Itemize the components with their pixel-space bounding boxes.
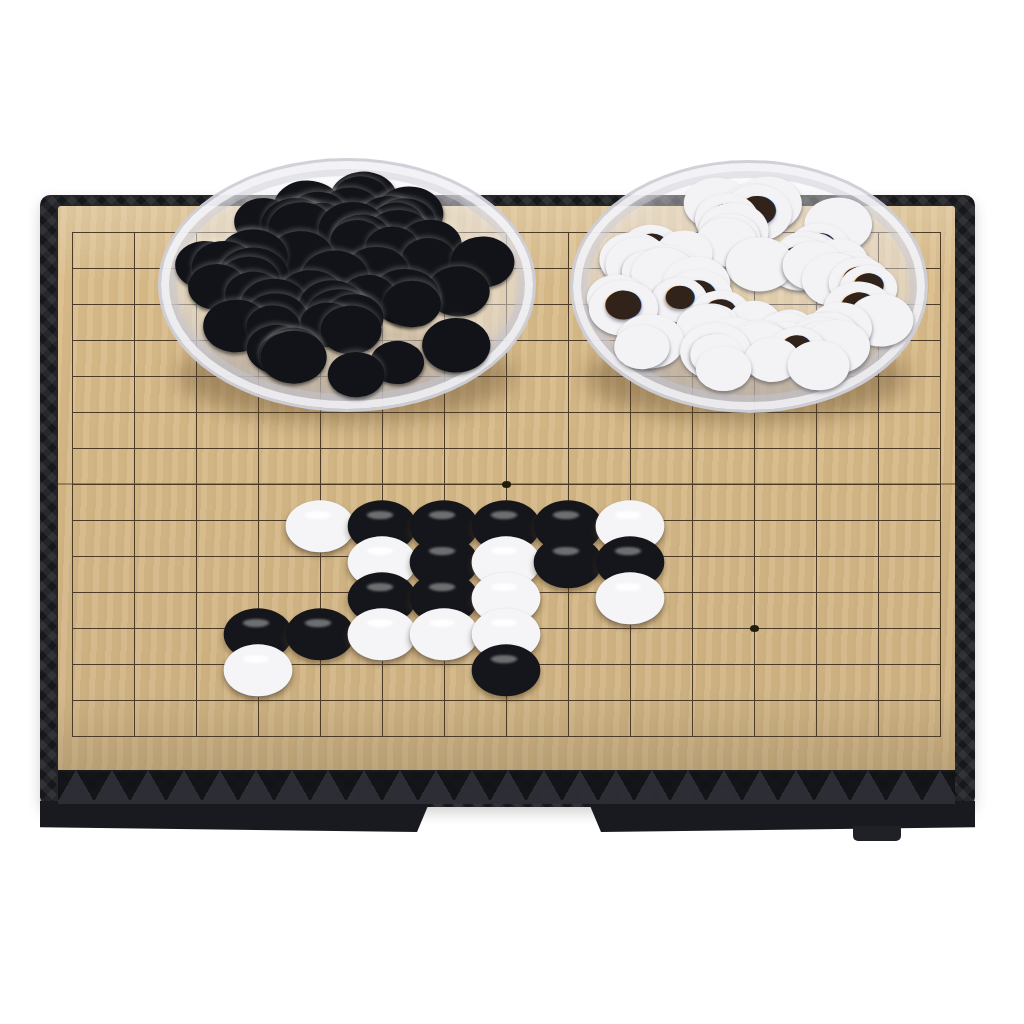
intersection-I12[interactable] [537, 610, 599, 646]
intersection-N11[interactable] [847, 574, 909, 610]
intersection-B11[interactable] [103, 574, 165, 610]
intersection-C11[interactable] [165, 574, 227, 610]
intersection-A15[interactable] [41, 718, 103, 754]
white-bowl-stone: ● [609, 339, 672, 346]
frame-foot-left [40, 801, 430, 832]
intersection-D9[interactable] [227, 502, 289, 538]
intersection-K13[interactable] [661, 646, 723, 682]
intersection-B7[interactable] [103, 430, 165, 466]
intersection-C14[interactable] [165, 682, 227, 718]
intersection-K11[interactable] [661, 574, 723, 610]
black-stone-bowl[interactable]: ●●●●●●●●●●●●●●●●●●●●●●●●●●●●●●●●●●●●●●●●… [158, 158, 536, 412]
intersection-J13[interactable] [599, 646, 661, 682]
intersection-B2[interactable] [103, 250, 165, 286]
intersection-M8[interactable] [785, 466, 847, 502]
intersection-N9[interactable] [847, 502, 909, 538]
intersection-O12[interactable] [909, 610, 971, 646]
intersection-K14[interactable] [661, 682, 723, 718]
intersection-N10[interactable] [847, 538, 909, 574]
intersection-A14[interactable] [41, 682, 103, 718]
intersection-B14[interactable] [103, 682, 165, 718]
white-stone[interactable]: ● [599, 578, 661, 605]
white-stone[interactable]: ● [351, 614, 413, 641]
white-stone[interactable]: ● [413, 614, 475, 641]
black-bowl-stone: ● [256, 349, 331, 352]
white-stone[interactable]: ● [227, 650, 289, 677]
intersection-A6[interactable] [41, 394, 103, 430]
intersection-F7[interactable] [351, 430, 413, 466]
intersection-A1[interactable] [41, 214, 103, 250]
intersection-L7[interactable] [723, 430, 785, 466]
intersection-D15[interactable] [227, 718, 289, 754]
product-photo-stage: ●●●●●●●●●●●●●●●●●●●●●● ●●●●●●●●●●●●●●●●●… [0, 0, 1024, 1024]
black-stone[interactable]: ● [475, 650, 537, 677]
intersection-C10[interactable] [165, 538, 227, 574]
white-stone-bowl[interactable]: ●●●●●●●●●●●●●●●●●●●●●●●●●●●●●●●●●●●●●●●●… [570, 160, 928, 413]
intersection-E13[interactable] [289, 646, 351, 682]
intersection-J11[interactable]: ● [599, 574, 661, 610]
intersection-F13[interactable] [351, 646, 413, 682]
intersection-E9[interactable]: ● [289, 502, 351, 538]
intersection-A13[interactable] [41, 646, 103, 682]
intersection-H13[interactable]: ● [475, 646, 537, 682]
intersection-L13[interactable] [723, 646, 785, 682]
intersection-G15[interactable] [413, 718, 475, 754]
intersection-L14[interactable] [723, 682, 785, 718]
intersection-M10[interactable] [785, 538, 847, 574]
intersection-O11[interactable] [909, 574, 971, 610]
white-stone[interactable]: ● [289, 506, 351, 533]
intersection-A11[interactable] [41, 574, 103, 610]
intersection-B8[interactable] [103, 466, 165, 502]
intersection-I15[interactable] [537, 718, 599, 754]
intersection-G7[interactable] [413, 430, 475, 466]
intersection-C8[interactable] [165, 466, 227, 502]
black-stone[interactable]: ● [289, 614, 351, 641]
intersection-I7[interactable] [537, 430, 599, 466]
intersection-M14[interactable] [785, 682, 847, 718]
intersection-D14[interactable] [227, 682, 289, 718]
intersection-B5[interactable] [103, 358, 165, 394]
white-bowl-stone: ● [692, 362, 755, 367]
intersection-E14[interactable] [289, 682, 351, 718]
intersection-J7[interactable] [599, 430, 661, 466]
intersection-B10[interactable] [103, 538, 165, 574]
intersection-F12[interactable]: ● [351, 610, 413, 646]
intersection-H14[interactable] [475, 682, 537, 718]
intersection-N15[interactable] [847, 718, 909, 754]
intersection-O10[interactable] [909, 538, 971, 574]
intersection-A4[interactable] [41, 322, 103, 358]
intersection-M12[interactable] [785, 610, 847, 646]
intersection-M7[interactable] [785, 430, 847, 466]
intersection-G13[interactable] [413, 646, 475, 682]
black-bowl-stone: ● [324, 368, 389, 371]
intersection-L10[interactable] [723, 538, 785, 574]
intersection-K12[interactable] [661, 610, 723, 646]
intersection-B1[interactable] [103, 214, 165, 250]
intersection-I10[interactable]: ● [537, 538, 599, 574]
intersection-D8[interactable] [227, 466, 289, 502]
intersection-D13[interactable]: ● [227, 646, 289, 682]
intersection-N12[interactable] [847, 610, 909, 646]
intersection-L9[interactable] [723, 502, 785, 538]
frame-clasp [853, 826, 901, 841]
intersection-J15[interactable] [599, 718, 661, 754]
intersection-A5[interactable] [41, 358, 103, 394]
intersection-A10[interactable] [41, 538, 103, 574]
intersection-H7[interactable] [475, 430, 537, 466]
intersection-M9[interactable] [785, 502, 847, 538]
black-bowl-stone: ● [420, 333, 496, 346]
intersection-K15[interactable] [661, 718, 723, 754]
intersection-O7[interactable] [909, 430, 971, 466]
intersection-N14[interactable] [847, 682, 909, 718]
intersection-O13[interactable] [909, 646, 971, 682]
intersection-M11[interactable] [785, 574, 847, 610]
intersection-C12[interactable] [165, 610, 227, 646]
intersection-K9[interactable] [661, 502, 723, 538]
intersection-I11[interactable] [537, 574, 599, 610]
intersection-N8[interactable] [847, 466, 909, 502]
black-stone[interactable]: ● [537, 542, 599, 569]
frame-tread-pattern [58, 770, 955, 804]
intersection-J14[interactable] [599, 682, 661, 718]
intersection-A8[interactable] [41, 466, 103, 502]
intersection-J12[interactable] [599, 610, 661, 646]
intersection-C7[interactable] [165, 430, 227, 466]
intersection-N13[interactable] [847, 646, 909, 682]
intersection-A2[interactable] [41, 250, 103, 286]
intersection-B6[interactable] [103, 394, 165, 430]
intersection-I6[interactable] [537, 394, 599, 430]
intersection-O14[interactable] [909, 682, 971, 718]
intersection-O15[interactable] [909, 718, 971, 754]
intersection-A7[interactable] [41, 430, 103, 466]
white-bowl-stone: ● [782, 358, 853, 362]
intersection-B13[interactable] [103, 646, 165, 682]
intersection-L12[interactable] [723, 610, 785, 646]
intersection-C15[interactable] [165, 718, 227, 754]
intersection-E10[interactable] [289, 538, 351, 574]
intersection-E15[interactable] [289, 718, 351, 754]
intersection-O8[interactable] [909, 466, 971, 502]
intersection-C9[interactable] [165, 502, 227, 538]
intersection-B15[interactable] [103, 718, 165, 754]
intersection-O6[interactable] [909, 394, 971, 430]
intersection-K8[interactable] [661, 466, 723, 502]
intersection-G14[interactable] [413, 682, 475, 718]
intersection-O5[interactable] [909, 358, 971, 394]
intersection-A12[interactable] [41, 610, 103, 646]
intersection-E7[interactable] [289, 430, 351, 466]
intersection-L8[interactable] [723, 466, 785, 502]
intersection-F14[interactable] [351, 682, 413, 718]
intersection-L11[interactable] [723, 574, 785, 610]
intersection-I13[interactable] [537, 646, 599, 682]
intersection-G12[interactable]: ● [413, 610, 475, 646]
intersection-I14[interactable] [537, 682, 599, 718]
intersection-E12[interactable]: ● [289, 610, 351, 646]
intersection-C13[interactable] [165, 646, 227, 682]
intersection-A9[interactable] [41, 502, 103, 538]
intersection-K7[interactable] [661, 430, 723, 466]
intersection-D7[interactable] [227, 430, 289, 466]
frame-foot-right [588, 801, 975, 832]
intersection-M13[interactable] [785, 646, 847, 682]
intersection-A3[interactable] [41, 286, 103, 322]
intersection-B9[interactable] [103, 502, 165, 538]
intersection-N7[interactable] [847, 430, 909, 466]
intersection-B3[interactable] [103, 286, 165, 322]
intersection-K10[interactable] [661, 538, 723, 574]
intersection-L15[interactable] [723, 718, 785, 754]
intersection-H15[interactable] [475, 718, 537, 754]
intersection-B12[interactable] [103, 610, 165, 646]
intersection-F15[interactable] [351, 718, 413, 754]
intersection-B4[interactable] [103, 322, 165, 358]
intersection-D10[interactable] [227, 538, 289, 574]
intersection-M15[interactable] [785, 718, 847, 754]
intersection-O9[interactable] [909, 502, 971, 538]
